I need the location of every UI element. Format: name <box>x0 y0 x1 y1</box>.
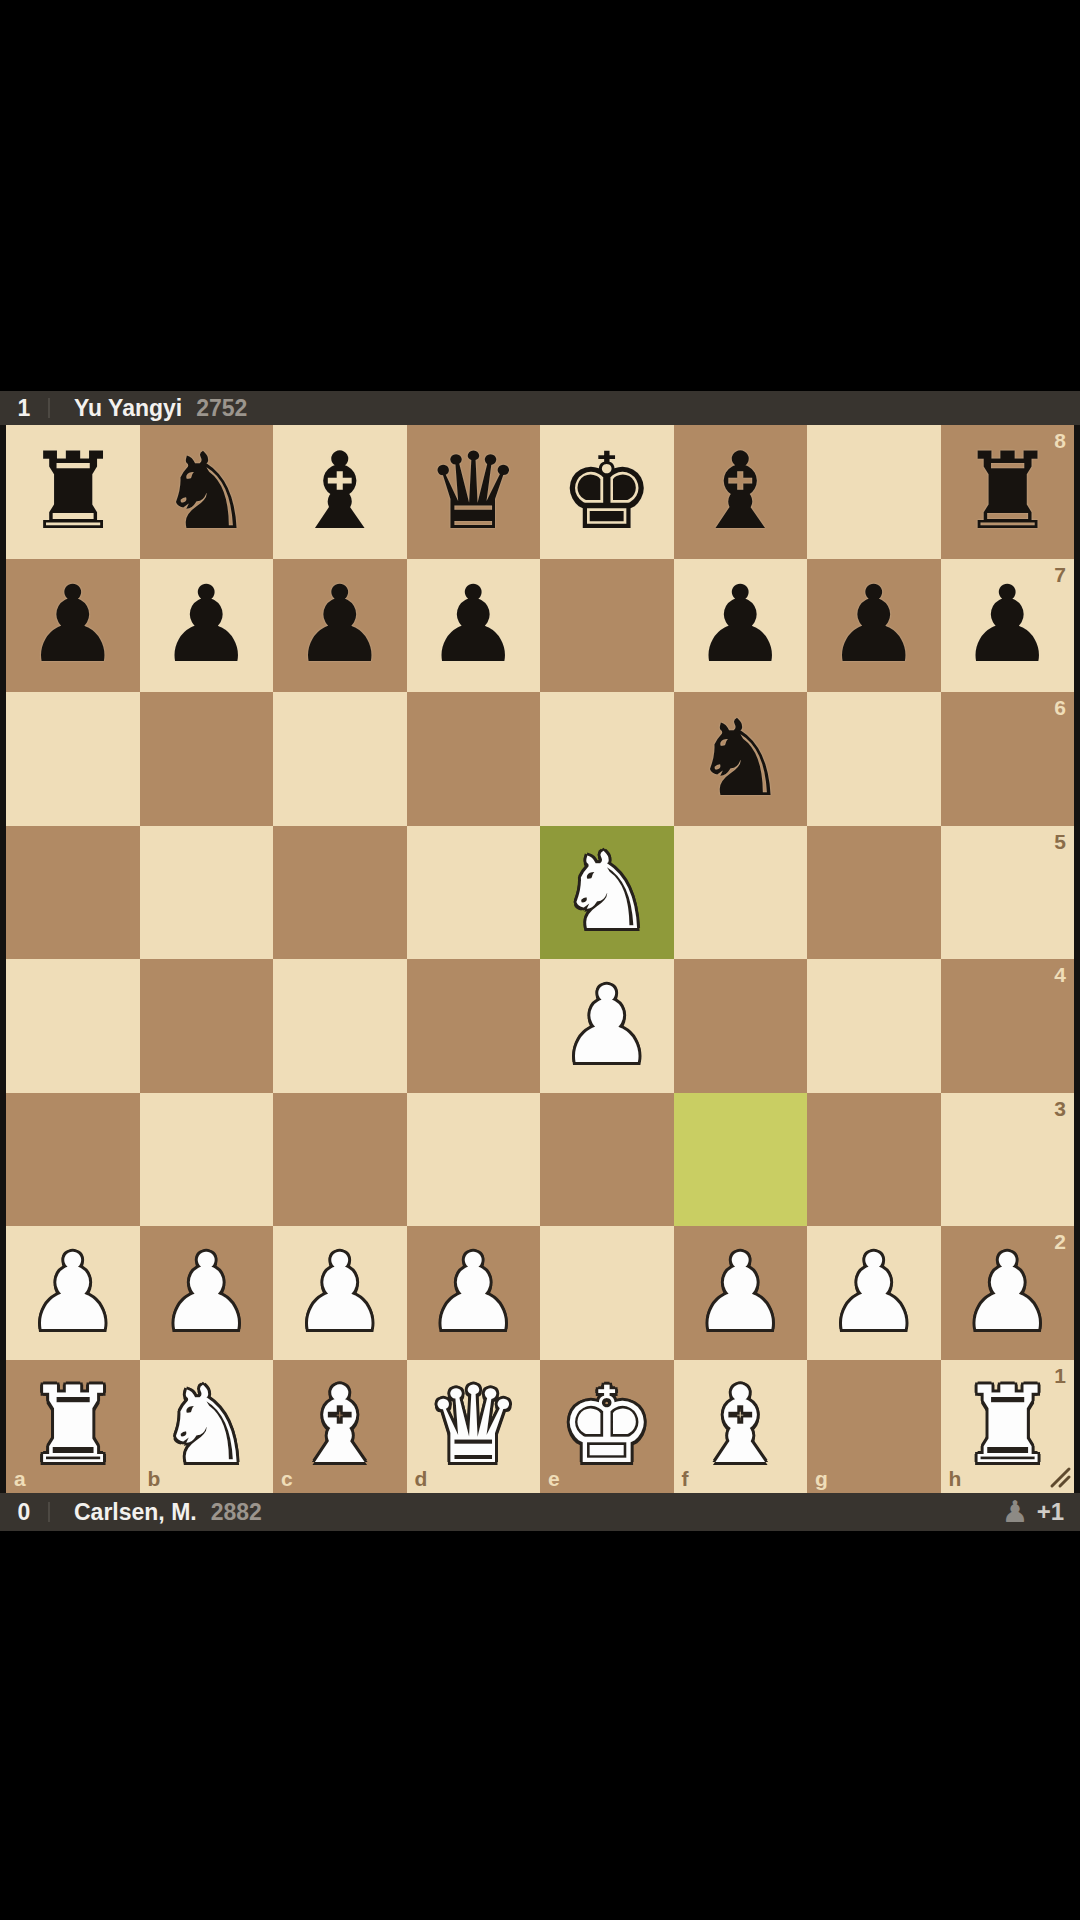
square-f6[interactable]: ♞ <box>674 692 808 826</box>
coord-rank-8: 8 <box>1054 430 1066 451</box>
white-pawn-c2[interactable]: ♟ <box>292 1240 387 1346</box>
white-pawn-a2[interactable]: ♟ <box>25 1240 120 1346</box>
coord-rank-4: 4 <box>1054 964 1066 985</box>
square-e5[interactable]: ♞ <box>540 826 674 960</box>
white-pawn-d2[interactable]: ♟ <box>426 1240 521 1346</box>
board-frame: ♜♞♝♛♚♝♜8♟♟♟♟♟♟♟7♞6♞5♟43♟♟♟♟♟♟♟2♜a♞b♝c♛d♚… <box>0 425 1080 1493</box>
black-pawn-g7[interactable]: ♟ <box>826 572 921 678</box>
square-d7[interactable]: ♟ <box>407 559 541 693</box>
square-c7[interactable]: ♟ <box>273 559 407 693</box>
coord-file-b: b <box>148 1468 161 1489</box>
square-a8[interactable]: ♜ <box>6 425 140 559</box>
square-d3[interactable] <box>407 1093 541 1227</box>
square-f8[interactable]: ♝ <box>674 425 808 559</box>
black-pawn-b7[interactable]: ♟ <box>159 572 254 678</box>
coord-file-a: a <box>14 1468 26 1489</box>
bar-divider <box>48 1502 50 1522</box>
square-d6[interactable] <box>407 692 541 826</box>
white-knight-b1[interactable]: ♞ <box>159 1373 254 1479</box>
bottom-player-score: 0 <box>0 1499 48 1526</box>
black-pawn-a7[interactable]: ♟ <box>25 572 120 678</box>
white-pawn-e4[interactable]: ♟ <box>559 973 654 1079</box>
square-h8[interactable]: ♜8 <box>941 425 1075 559</box>
square-f1[interactable]: ♝f <box>674 1360 808 1494</box>
bottom-player-bar: 0 Carlsen, M. 2882 ♟ +1 <box>0 1493 1080 1531</box>
top-player-bar: 1 Yu Yangyi 2752 <box>0 391 1080 425</box>
square-a7[interactable]: ♟ <box>6 559 140 693</box>
square-g7[interactable]: ♟ <box>807 559 941 693</box>
coord-file-h: h <box>949 1468 962 1489</box>
square-f2[interactable]: ♟ <box>674 1226 808 1360</box>
black-pawn-f7[interactable]: ♟ <box>693 572 788 678</box>
square-a1[interactable]: ♜a <box>6 1360 140 1494</box>
white-bishop-c1[interactable]: ♝ <box>292 1373 387 1479</box>
square-c3[interactable] <box>273 1093 407 1227</box>
black-rook-a8[interactable]: ♜ <box>25 439 120 545</box>
square-h4[interactable]: 4 <box>941 959 1075 1093</box>
black-rook-h8[interactable]: ♜ <box>960 439 1055 545</box>
black-pawn-h7[interactable]: ♟ <box>960 572 1055 678</box>
black-king-e8[interactable]: ♚ <box>559 439 654 545</box>
square-c4[interactable] <box>273 959 407 1093</box>
white-king-e1[interactable]: ♚ <box>559 1373 654 1479</box>
square-g2[interactable]: ♟ <box>807 1226 941 1360</box>
square-e8[interactable]: ♚ <box>540 425 674 559</box>
square-e3[interactable] <box>540 1093 674 1227</box>
square-h5[interactable]: 5 <box>941 826 1075 960</box>
square-b4[interactable] <box>140 959 274 1093</box>
square-c2[interactable]: ♟ <box>273 1226 407 1360</box>
square-d1[interactable]: ♛d <box>407 1360 541 1494</box>
square-g6[interactable] <box>807 692 941 826</box>
black-knight-f6[interactable]: ♞ <box>693 706 788 812</box>
square-a5[interactable] <box>6 826 140 960</box>
square-g5[interactable] <box>807 826 941 960</box>
resize-handle-icon[interactable] <box>1048 1465 1072 1489</box>
white-knight-e5[interactable]: ♞ <box>559 839 654 945</box>
material-advantage: +1 <box>1037 1498 1064 1526</box>
white-pawn-g2[interactable]: ♟ <box>826 1240 921 1346</box>
chess-app: 1 Yu Yangyi 2752 ♜♞♝♛♚♝♜8♟♟♟♟♟♟♟7♞6♞5♟43… <box>0 391 1080 1531</box>
square-a3[interactable] <box>6 1093 140 1227</box>
white-pawn-b2[interactable]: ♟ <box>159 1240 254 1346</box>
material-advantage-group: ♟ +1 <box>1002 1497 1064 1527</box>
square-d2[interactable]: ♟ <box>407 1226 541 1360</box>
square-e7[interactable] <box>540 559 674 693</box>
square-g4[interactable] <box>807 959 941 1093</box>
coord-file-c: c <box>281 1468 293 1489</box>
square-b3[interactable] <box>140 1093 274 1227</box>
black-pawn-d7[interactable]: ♟ <box>426 572 521 678</box>
coord-file-g: g <box>815 1468 828 1489</box>
square-b6[interactable] <box>140 692 274 826</box>
chess-board[interactable]: ♜♞♝♛♚♝♜8♟♟♟♟♟♟♟7♞6♞5♟43♟♟♟♟♟♟♟2♜a♞b♝c♛d♚… <box>6 425 1074 1493</box>
square-b2[interactable]: ♟ <box>140 1226 274 1360</box>
square-b8[interactable]: ♞ <box>140 425 274 559</box>
square-d4[interactable] <box>407 959 541 1093</box>
square-e2[interactable] <box>540 1226 674 1360</box>
coord-file-e: e <box>548 1468 560 1489</box>
coord-file-d: d <box>415 1468 428 1489</box>
coord-rank-2: 2 <box>1054 1231 1066 1252</box>
square-h7[interactable]: ♟7 <box>941 559 1075 693</box>
white-pawn-h2[interactable]: ♟ <box>960 1240 1055 1346</box>
coord-rank-3: 3 <box>1054 1098 1066 1119</box>
square-f3[interactable] <box>674 1093 808 1227</box>
coord-rank-5: 5 <box>1054 831 1066 852</box>
square-d5[interactable] <box>407 826 541 960</box>
square-e1[interactable]: ♚e <box>540 1360 674 1494</box>
top-player-name: Yu Yangyi <box>74 395 182 422</box>
white-rook-a1[interactable]: ♜ <box>25 1373 120 1479</box>
white-bishop-f1[interactable]: ♝ <box>693 1373 788 1479</box>
square-d8[interactable]: ♛ <box>407 425 541 559</box>
square-h2[interactable]: ♟2 <box>941 1226 1075 1360</box>
square-a4[interactable] <box>6 959 140 1093</box>
black-bishop-f8[interactable]: ♝ <box>693 439 788 545</box>
square-c6[interactable] <box>273 692 407 826</box>
square-b7[interactable]: ♟ <box>140 559 274 693</box>
square-h3[interactable]: 3 <box>941 1093 1075 1227</box>
top-player-rating: 2752 <box>196 395 247 422</box>
black-knight-b8[interactable]: ♞ <box>159 439 254 545</box>
square-h6[interactable]: 6 <box>941 692 1075 826</box>
coord-rank-7: 7 <box>1054 564 1066 585</box>
bottom-player-name: Carlsen, M. <box>74 1499 197 1526</box>
bottom-player-rating: 2882 <box>211 1499 262 1526</box>
black-pawn-c7[interactable]: ♟ <box>292 572 387 678</box>
square-c1[interactable]: ♝c <box>273 1360 407 1494</box>
square-g8[interactable] <box>807 425 941 559</box>
square-c8[interactable]: ♝ <box>273 425 407 559</box>
coord-rank-1: 1 <box>1054 1365 1066 1386</box>
coord-file-f: f <box>682 1468 689 1489</box>
pawn-icon: ♟ <box>1002 1497 1029 1527</box>
square-e4[interactable]: ♟ <box>540 959 674 1093</box>
black-queen-d8[interactable]: ♛ <box>426 439 521 545</box>
top-player-score: 1 <box>0 395 48 422</box>
black-bishop-c8[interactable]: ♝ <box>292 439 387 545</box>
white-pawn-f2[interactable]: ♟ <box>693 1240 788 1346</box>
square-b5[interactable] <box>140 826 274 960</box>
square-b1[interactable]: ♞b <box>140 1360 274 1494</box>
square-a6[interactable] <box>6 692 140 826</box>
square-f4[interactable] <box>674 959 808 1093</box>
square-g1[interactable]: g <box>807 1360 941 1494</box>
white-queen-d1[interactable]: ♛ <box>426 1373 521 1479</box>
square-c5[interactable] <box>273 826 407 960</box>
square-f7[interactable]: ♟ <box>674 559 808 693</box>
square-f5[interactable] <box>674 826 808 960</box>
coord-rank-6: 6 <box>1054 697 1066 718</box>
square-e6[interactable] <box>540 692 674 826</box>
square-g3[interactable] <box>807 1093 941 1227</box>
square-a2[interactable]: ♟ <box>6 1226 140 1360</box>
white-rook-h1[interactable]: ♜ <box>960 1373 1055 1479</box>
bar-divider <box>48 398 50 418</box>
